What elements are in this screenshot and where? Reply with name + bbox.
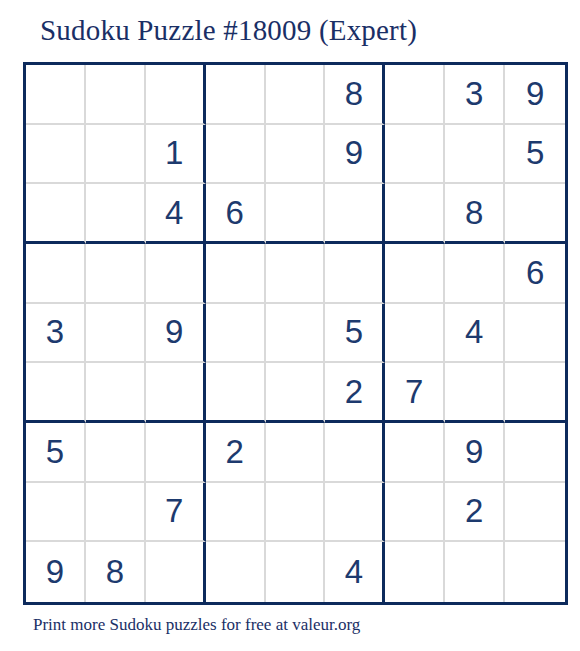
- sudoku-print-page: Sudoku Puzzle #18009 (Expert) 8391954686…: [0, 0, 580, 651]
- cell-r2c1[interactable]: [26, 125, 86, 185]
- cell-r8c8[interactable]: 2: [445, 483, 505, 543]
- cell-r5c3[interactable]: 9: [146, 304, 206, 364]
- cell-r3c9[interactable]: [505, 184, 565, 244]
- cell-r7c4[interactable]: 2: [206, 423, 266, 483]
- cell-r1c5[interactable]: [266, 65, 326, 125]
- cell-r6c8[interactable]: [445, 363, 505, 423]
- cell-r8c2[interactable]: [86, 483, 146, 543]
- cell-r6c5[interactable]: [266, 363, 326, 423]
- cell-r4c6[interactable]: [325, 244, 385, 304]
- cell-r8c6[interactable]: [325, 483, 385, 543]
- cell-r9c7[interactable]: [385, 542, 445, 602]
- cell-r5c6[interactable]: 5: [325, 304, 385, 364]
- cell-r4c3[interactable]: [146, 244, 206, 304]
- cell-r8c4[interactable]: [206, 483, 266, 543]
- cell-r6c3[interactable]: [146, 363, 206, 423]
- cell-r7c8[interactable]: 9: [445, 423, 505, 483]
- cell-r9c3[interactable]: [146, 542, 206, 602]
- cell-r5c9[interactable]: [505, 304, 565, 364]
- cell-r8c7[interactable]: [385, 483, 445, 543]
- cell-r5c4[interactable]: [206, 304, 266, 364]
- cell-r4c7[interactable]: [385, 244, 445, 304]
- cell-r5c5[interactable]: [266, 304, 326, 364]
- cell-r9c9[interactable]: [505, 542, 565, 602]
- cell-r4c8[interactable]: [445, 244, 505, 304]
- cell-r4c9[interactable]: 6: [505, 244, 565, 304]
- cell-r2c8[interactable]: [445, 125, 505, 185]
- cell-r5c2[interactable]: [86, 304, 146, 364]
- cell-r7c7[interactable]: [385, 423, 445, 483]
- cell-r2c9[interactable]: 5: [505, 125, 565, 185]
- cell-r2c6[interactable]: 9: [325, 125, 385, 185]
- cell-r4c1[interactable]: [26, 244, 86, 304]
- cell-r1c3[interactable]: [146, 65, 206, 125]
- cell-r3c5[interactable]: [266, 184, 326, 244]
- cell-r6c7[interactable]: 7: [385, 363, 445, 423]
- cell-r7c5[interactable]: [266, 423, 326, 483]
- cell-r2c5[interactable]: [266, 125, 326, 185]
- cell-r2c3[interactable]: 1: [146, 125, 206, 185]
- cell-r7c9[interactable]: [505, 423, 565, 483]
- cell-r5c1[interactable]: 3: [26, 304, 86, 364]
- cell-r5c7[interactable]: [385, 304, 445, 364]
- cell-r1c6[interactable]: 8: [325, 65, 385, 125]
- cell-r2c4[interactable]: [206, 125, 266, 185]
- footer-text: Print more Sudoku puzzles for free at va…: [33, 615, 360, 635]
- cell-r1c9[interactable]: 9: [505, 65, 565, 125]
- cell-r3c4[interactable]: 6: [206, 184, 266, 244]
- cell-r5c8[interactable]: 4: [445, 304, 505, 364]
- cell-r6c2[interactable]: [86, 363, 146, 423]
- cell-r3c2[interactable]: [86, 184, 146, 244]
- cell-r7c3[interactable]: [146, 423, 206, 483]
- cell-r7c2[interactable]: [86, 423, 146, 483]
- cell-r1c1[interactable]: [26, 65, 86, 125]
- cell-r9c1[interactable]: 9: [26, 542, 86, 602]
- cell-r3c1[interactable]: [26, 184, 86, 244]
- cell-r9c4[interactable]: [206, 542, 266, 602]
- cell-r8c5[interactable]: [266, 483, 326, 543]
- cell-r3c3[interactable]: 4: [146, 184, 206, 244]
- cell-r3c8[interactable]: 8: [445, 184, 505, 244]
- cell-r9c5[interactable]: [266, 542, 326, 602]
- cell-r1c4[interactable]: [206, 65, 266, 125]
- cell-r2c2[interactable]: [86, 125, 146, 185]
- cell-r1c2[interactable]: [86, 65, 146, 125]
- cell-r6c1[interactable]: [26, 363, 86, 423]
- cell-r6c9[interactable]: [505, 363, 565, 423]
- cell-r8c9[interactable]: [505, 483, 565, 543]
- page-title: Sudoku Puzzle #18009 (Expert): [40, 14, 417, 47]
- cell-r1c8[interactable]: 3: [445, 65, 505, 125]
- cell-r8c3[interactable]: 7: [146, 483, 206, 543]
- cell-r1c7[interactable]: [385, 65, 445, 125]
- cell-r9c8[interactable]: [445, 542, 505, 602]
- cell-r4c5[interactable]: [266, 244, 326, 304]
- sudoku-board: 839195468639542752972984: [23, 62, 568, 605]
- cell-r3c7[interactable]: [385, 184, 445, 244]
- cell-r7c1[interactable]: 5: [26, 423, 86, 483]
- cell-r4c4[interactable]: [206, 244, 266, 304]
- cell-r2c7[interactable]: [385, 125, 445, 185]
- cell-r7c6[interactable]: [325, 423, 385, 483]
- cell-r4c2[interactable]: [86, 244, 146, 304]
- cell-r6c4[interactable]: [206, 363, 266, 423]
- cell-r6c6[interactable]: 2: [325, 363, 385, 423]
- cell-r8c1[interactable]: [26, 483, 86, 543]
- cell-r9c6[interactable]: 4: [325, 542, 385, 602]
- cell-r9c2[interactable]: 8: [86, 542, 146, 602]
- cell-r3c6[interactable]: [325, 184, 385, 244]
